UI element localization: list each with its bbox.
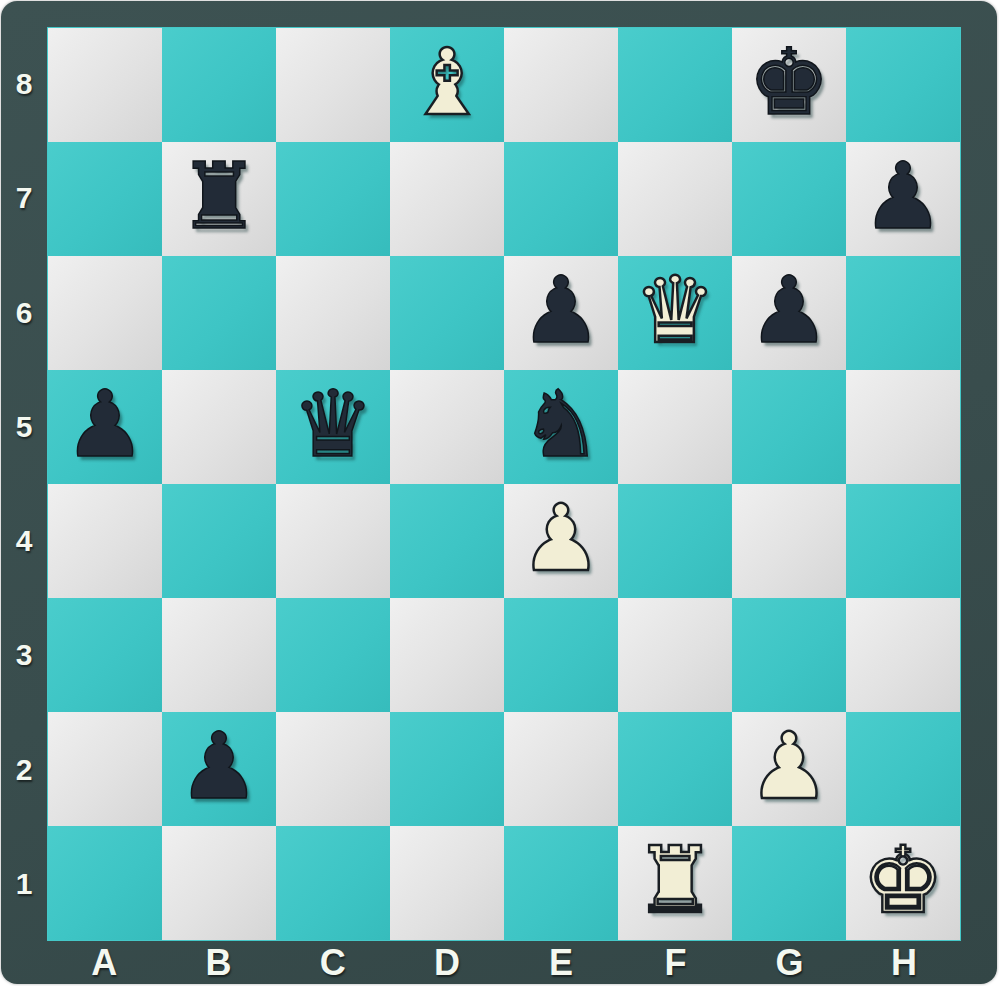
square-c6[interactable]: [276, 256, 390, 370]
square-e7[interactable]: [504, 142, 618, 256]
square-f5[interactable]: [618, 370, 732, 484]
square-b1[interactable]: [162, 826, 276, 940]
square-f8[interactable]: [618, 28, 732, 142]
rank-label-4: 4: [1, 484, 47, 598]
piece-white-rook[interactable]: ♜: [634, 835, 716, 927]
square-b7[interactable]: ♜: [162, 142, 276, 256]
square-c3[interactable]: [276, 598, 390, 712]
square-a7[interactable]: [48, 142, 162, 256]
square-a6[interactable]: [48, 256, 162, 370]
square-f2[interactable]: [618, 712, 732, 826]
file-label-d: D: [390, 941, 504, 985]
piece-black-king[interactable]: ♚: [748, 37, 830, 129]
square-a3[interactable]: [48, 598, 162, 712]
square-d7[interactable]: [390, 142, 504, 256]
square-a4[interactable]: [48, 484, 162, 598]
piece-black-pawn[interactable]: ♟: [64, 379, 146, 471]
board-frame: 87654321 ♝♚♜♟♟♛♟♟♛♞♟♟♟♜♚ ABCDEFGH: [1, 1, 997, 984]
square-f1[interactable]: ♜: [618, 826, 732, 940]
square-c2[interactable]: [276, 712, 390, 826]
square-e6[interactable]: ♟: [504, 256, 618, 370]
square-d5[interactable]: [390, 370, 504, 484]
square-g7[interactable]: [732, 142, 846, 256]
square-e4[interactable]: ♟: [504, 484, 618, 598]
square-d8[interactable]: ♝: [390, 28, 504, 142]
square-b4[interactable]: [162, 484, 276, 598]
square-e8[interactable]: [504, 28, 618, 142]
rank-label-8: 8: [1, 27, 47, 141]
square-g4[interactable]: [732, 484, 846, 598]
file-label-b: B: [161, 941, 275, 985]
square-d3[interactable]: [390, 598, 504, 712]
piece-black-queen[interactable]: ♛: [292, 379, 374, 471]
rank-label-5: 5: [1, 370, 47, 484]
square-h6[interactable]: [846, 256, 960, 370]
square-a8[interactable]: [48, 28, 162, 142]
piece-white-bishop[interactable]: ♝: [406, 37, 488, 129]
square-g2[interactable]: ♟: [732, 712, 846, 826]
square-c7[interactable]: [276, 142, 390, 256]
square-g8[interactable]: ♚: [732, 28, 846, 142]
square-d6[interactable]: [390, 256, 504, 370]
square-h1[interactable]: ♚: [846, 826, 960, 940]
square-h5[interactable]: [846, 370, 960, 484]
square-d1[interactable]: [390, 826, 504, 940]
file-label-f: F: [618, 941, 732, 985]
square-e2[interactable]: [504, 712, 618, 826]
square-b6[interactable]: [162, 256, 276, 370]
piece-white-pawn[interactable]: ♟: [520, 493, 602, 585]
square-c1[interactable]: [276, 826, 390, 940]
piece-black-pawn[interactable]: ♟: [748, 265, 830, 357]
square-b3[interactable]: [162, 598, 276, 712]
square-f6[interactable]: ♛: [618, 256, 732, 370]
rank-label-3: 3: [1, 598, 47, 712]
piece-white-queen[interactable]: ♛: [634, 265, 716, 357]
piece-white-pawn[interactable]: ♟: [748, 721, 830, 813]
rank-label-2: 2: [1, 713, 47, 827]
square-b8[interactable]: [162, 28, 276, 142]
file-labels: ABCDEFGH: [47, 941, 961, 985]
rank-label-1: 1: [1, 827, 47, 941]
file-label-c: C: [276, 941, 390, 985]
square-c8[interactable]: [276, 28, 390, 142]
square-a5[interactable]: ♟: [48, 370, 162, 484]
file-label-h: H: [847, 941, 961, 985]
square-g3[interactable]: [732, 598, 846, 712]
square-f4[interactable]: [618, 484, 732, 598]
square-h4[interactable]: [846, 484, 960, 598]
square-g1[interactable]: [732, 826, 846, 940]
square-h8[interactable]: [846, 28, 960, 142]
file-label-a: A: [47, 941, 161, 985]
piece-black-rook[interactable]: ♜: [178, 151, 260, 243]
square-b2[interactable]: ♟: [162, 712, 276, 826]
file-label-e: E: [504, 941, 618, 985]
piece-black-knight[interactable]: ♞: [520, 379, 602, 471]
piece-black-pawn[interactable]: ♟: [178, 721, 260, 813]
square-e5[interactable]: ♞: [504, 370, 618, 484]
square-d2[interactable]: [390, 712, 504, 826]
square-h3[interactable]: [846, 598, 960, 712]
rank-labels: 87654321: [1, 27, 47, 941]
square-f3[interactable]: [618, 598, 732, 712]
square-c5[interactable]: ♛: [276, 370, 390, 484]
square-a1[interactable]: [48, 826, 162, 940]
rank-label-7: 7: [1, 141, 47, 255]
square-b5[interactable]: [162, 370, 276, 484]
chess-board: ♝♚♜♟♟♛♟♟♛♞♟♟♟♜♚: [47, 27, 961, 941]
piece-black-pawn[interactable]: ♟: [520, 265, 602, 357]
rank-label-6: 6: [1, 256, 47, 370]
square-f7[interactable]: [618, 142, 732, 256]
square-d4[interactable]: [390, 484, 504, 598]
square-g6[interactable]: ♟: [732, 256, 846, 370]
square-h2[interactable]: [846, 712, 960, 826]
square-g5[interactable]: [732, 370, 846, 484]
square-e1[interactable]: [504, 826, 618, 940]
square-a2[interactable]: [48, 712, 162, 826]
file-label-g: G: [733, 941, 847, 985]
piece-black-pawn[interactable]: ♟: [862, 151, 944, 243]
piece-white-king[interactable]: ♚: [862, 835, 944, 927]
square-c4[interactable]: [276, 484, 390, 598]
square-h7[interactable]: ♟: [846, 142, 960, 256]
square-e3[interactable]: [504, 598, 618, 712]
